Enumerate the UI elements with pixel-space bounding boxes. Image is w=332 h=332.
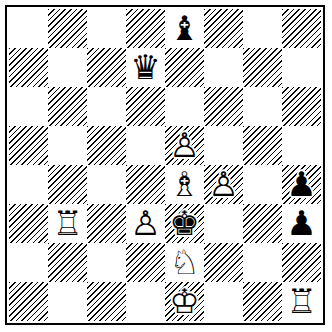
square-a3[interactable]	[9, 204, 48, 243]
white-knight-glyph: ♘	[165, 243, 204, 282]
square-g1[interactable]	[243, 282, 282, 321]
square-f2[interactable]	[204, 243, 243, 282]
square-g3[interactable]	[243, 204, 282, 243]
square-a5[interactable]	[9, 126, 48, 165]
square-d1[interactable]	[126, 282, 165, 321]
square-c2[interactable]	[87, 243, 126, 282]
white-pawn: ♟♙	[165, 126, 204, 165]
square-h7[interactable]	[282, 48, 321, 87]
square-d3[interactable]: ♟♙	[126, 204, 165, 243]
black-bishop-glyph: ♝	[165, 9, 204, 48]
square-b2[interactable]	[48, 243, 87, 282]
square-g8[interactable]	[243, 9, 282, 48]
square-c7[interactable]	[87, 48, 126, 87]
square-b1[interactable]	[48, 282, 87, 321]
square-b5[interactable]	[48, 126, 87, 165]
white-rook-glyph: ♖	[48, 204, 87, 243]
square-g6[interactable]	[243, 87, 282, 126]
square-b3[interactable]: ♜♖	[48, 204, 87, 243]
black-king: ♚♚	[165, 204, 204, 243]
square-d6[interactable]	[126, 87, 165, 126]
white-pawn-glyph: ♙	[165, 126, 204, 165]
square-d8[interactable]	[126, 9, 165, 48]
square-e6[interactable]	[165, 87, 204, 126]
square-e8[interactable]: ♝♝	[165, 9, 204, 48]
white-bishop-glyph: ♗	[165, 165, 204, 204]
square-e7[interactable]	[165, 48, 204, 87]
black-pawn: ♟♟	[282, 165, 321, 204]
square-a2[interactable]	[9, 243, 48, 282]
square-f3[interactable]	[204, 204, 243, 243]
square-a8[interactable]	[9, 9, 48, 48]
square-b4[interactable]	[48, 165, 87, 204]
square-d7[interactable]: ♛♛	[126, 48, 165, 87]
square-g2[interactable]	[243, 243, 282, 282]
square-d2[interactable]	[126, 243, 165, 282]
square-g4[interactable]	[243, 165, 282, 204]
black-pawn: ♟♟	[282, 204, 321, 243]
square-g5[interactable]	[243, 126, 282, 165]
square-f8[interactable]	[204, 9, 243, 48]
black-pawn-glyph: ♟	[282, 165, 321, 204]
white-bishop: ♝♗	[165, 165, 204, 204]
white-king: ♚♔	[165, 282, 204, 321]
square-b8[interactable]	[48, 9, 87, 48]
square-h4[interactable]: ♟♟	[282, 165, 321, 204]
white-pawn: ♟♙	[204, 165, 243, 204]
square-a1[interactable]	[9, 282, 48, 321]
square-f7[interactable]	[204, 48, 243, 87]
white-pawn: ♟♙	[126, 204, 165, 243]
square-h8[interactable]	[282, 9, 321, 48]
square-a7[interactable]	[9, 48, 48, 87]
chessboard: ♝♝♛♛♟♙♝♗♟♙♟♟♜♖♟♙♚♚♟♟♞♘♚♔♜♖	[9, 9, 321, 321]
white-rook: ♜♖	[48, 204, 87, 243]
square-e1[interactable]: ♚♔	[165, 282, 204, 321]
square-c4[interactable]	[87, 165, 126, 204]
white-pawn-glyph: ♙	[126, 204, 165, 243]
white-rook-glyph: ♖	[282, 282, 321, 321]
square-d5[interactable]	[126, 126, 165, 165]
square-f5[interactable]	[204, 126, 243, 165]
square-e3[interactable]: ♚♚	[165, 204, 204, 243]
white-king-glyph: ♔	[165, 282, 204, 321]
square-a6[interactable]	[9, 87, 48, 126]
square-a4[interactable]	[9, 165, 48, 204]
chess-diagram-frame: ♝♝♛♛♟♙♝♗♟♙♟♟♜♖♟♙♚♚♟♟♞♘♚♔♜♖	[5, 5, 325, 325]
square-b7[interactable]	[48, 48, 87, 87]
white-rook: ♜♖	[282, 282, 321, 321]
square-g7[interactable]	[243, 48, 282, 87]
black-bishop: ♝♝	[165, 9, 204, 48]
square-c1[interactable]	[87, 282, 126, 321]
square-h6[interactable]	[282, 87, 321, 126]
black-pawn-glyph: ♟	[282, 204, 321, 243]
white-knight: ♞♘	[165, 243, 204, 282]
square-c5[interactable]	[87, 126, 126, 165]
square-e4[interactable]: ♝♗	[165, 165, 204, 204]
square-d4[interactable]	[126, 165, 165, 204]
square-c6[interactable]	[87, 87, 126, 126]
square-h5[interactable]	[282, 126, 321, 165]
black-queen: ♛♛	[126, 48, 165, 87]
square-e5[interactable]: ♟♙	[165, 126, 204, 165]
square-c3[interactable]	[87, 204, 126, 243]
square-f4[interactable]: ♟♙	[204, 165, 243, 204]
square-f1[interactable]	[204, 282, 243, 321]
white-pawn-glyph: ♙	[204, 165, 243, 204]
square-c8[interactable]	[87, 9, 126, 48]
black-king-glyph: ♚	[165, 204, 204, 243]
square-e2[interactable]: ♞♘	[165, 243, 204, 282]
black-queen-glyph: ♛	[126, 48, 165, 87]
square-h2[interactable]	[282, 243, 321, 282]
square-b6[interactable]	[48, 87, 87, 126]
square-f6[interactable]	[204, 87, 243, 126]
square-h3[interactable]: ♟♟	[282, 204, 321, 243]
square-h1[interactable]: ♜♖	[282, 282, 321, 321]
